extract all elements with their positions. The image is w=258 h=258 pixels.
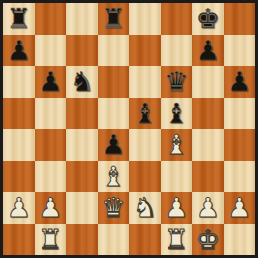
piece-white-queen[interactable]: ♛	[101, 192, 125, 224]
square-f1[interactable]: ♜	[161, 224, 193, 256]
square-h7[interactable]	[224, 35, 256, 67]
piece-black-pawn[interactable]: ♟	[227, 66, 251, 98]
square-h8[interactable]	[224, 3, 256, 35]
square-h3[interactable]	[224, 161, 256, 193]
piece-black-pawn[interactable]: ♟	[196, 35, 220, 67]
piece-black-pawn[interactable]: ♟	[7, 35, 31, 67]
square-c1[interactable]	[66, 224, 98, 256]
piece-black-king[interactable]: ♚	[196, 3, 220, 35]
piece-white-pawn[interactable]: ♟	[196, 192, 220, 224]
square-d6[interactable]	[98, 66, 130, 98]
square-c2[interactable]	[66, 192, 98, 224]
piece-black-rook[interactable]: ♜	[101, 3, 125, 35]
square-a5[interactable]	[3, 98, 35, 130]
square-d5[interactable]	[98, 98, 130, 130]
piece-black-rook[interactable]: ♜	[7, 3, 31, 35]
square-e3[interactable]	[129, 161, 161, 193]
square-h5[interactable]	[224, 98, 256, 130]
piece-black-bishop[interactable]: ♝	[133, 98, 157, 130]
square-a7[interactable]: ♟	[3, 35, 35, 67]
square-a1[interactable]	[3, 224, 35, 256]
square-a6[interactable]	[3, 66, 35, 98]
square-b2[interactable]: ♟	[35, 192, 67, 224]
square-e4[interactable]	[129, 129, 161, 161]
square-c7[interactable]	[66, 35, 98, 67]
square-g4[interactable]	[192, 129, 224, 161]
square-d2[interactable]: ♛	[98, 192, 130, 224]
square-f8[interactable]	[161, 3, 193, 35]
square-c6[interactable]: ♞	[66, 66, 98, 98]
piece-white-pawn[interactable]: ♟	[164, 192, 188, 224]
square-f5[interactable]: ♝	[161, 98, 193, 130]
square-b6[interactable]: ♟	[35, 66, 67, 98]
square-g2[interactable]: ♟	[192, 192, 224, 224]
piece-black-bishop[interactable]: ♝	[164, 98, 188, 130]
square-g7[interactable]: ♟	[192, 35, 224, 67]
square-d7[interactable]	[98, 35, 130, 67]
square-f4[interactable]: ♝	[161, 129, 193, 161]
square-h2[interactable]: ♟	[224, 192, 256, 224]
piece-white-pawn[interactable]: ♟	[38, 192, 62, 224]
square-e5[interactable]: ♝	[129, 98, 161, 130]
piece-white-pawn[interactable]: ♟	[227, 192, 251, 224]
square-b3[interactable]	[35, 161, 67, 193]
square-a2[interactable]: ♟	[3, 192, 35, 224]
square-c8[interactable]	[66, 3, 98, 35]
square-h1[interactable]	[224, 224, 256, 256]
piece-black-pawn[interactable]: ♟	[38, 66, 62, 98]
piece-white-rook[interactable]: ♜	[38, 224, 62, 256]
chess-board-frame: ♜♜♚♟♟♟♞♛♟♝♝♟♝♝♟♟♛♞♟♟♟♜♜♚	[0, 0, 258, 258]
square-f6[interactable]: ♛	[161, 66, 193, 98]
piece-white-rook[interactable]: ♜	[164, 224, 188, 256]
square-g5[interactable]	[192, 98, 224, 130]
piece-black-pawn[interactable]: ♟	[101, 129, 125, 161]
square-b8[interactable]	[35, 3, 67, 35]
square-c5[interactable]	[66, 98, 98, 130]
square-e1[interactable]	[129, 224, 161, 256]
square-b1[interactable]: ♜	[35, 224, 67, 256]
square-d8[interactable]: ♜	[98, 3, 130, 35]
piece-white-knight[interactable]: ♞	[133, 192, 157, 224]
square-e8[interactable]	[129, 3, 161, 35]
square-h4[interactable]	[224, 129, 256, 161]
piece-white-bishop[interactable]: ♝	[164, 129, 188, 161]
chess-board: ♜♜♚♟♟♟♞♛♟♝♝♟♝♝♟♟♛♞♟♟♟♜♜♚	[3, 3, 255, 255]
square-b4[interactable]	[35, 129, 67, 161]
piece-white-king[interactable]: ♚	[196, 224, 220, 256]
square-b7[interactable]	[35, 35, 67, 67]
square-h6[interactable]: ♟	[224, 66, 256, 98]
piece-black-knight[interactable]: ♞	[70, 66, 94, 98]
square-c3[interactable]	[66, 161, 98, 193]
square-b5[interactable]	[35, 98, 67, 130]
square-f3[interactable]	[161, 161, 193, 193]
piece-white-pawn[interactable]: ♟	[7, 192, 31, 224]
square-f7[interactable]	[161, 35, 193, 67]
square-e7[interactable]	[129, 35, 161, 67]
square-d3[interactable]: ♝	[98, 161, 130, 193]
square-a8[interactable]: ♜	[3, 3, 35, 35]
square-c4[interactable]	[66, 129, 98, 161]
square-d4[interactable]: ♟	[98, 129, 130, 161]
square-a3[interactable]	[3, 161, 35, 193]
piece-black-queen[interactable]: ♛	[164, 66, 188, 98]
square-f2[interactable]: ♟	[161, 192, 193, 224]
square-g3[interactable]	[192, 161, 224, 193]
square-g6[interactable]	[192, 66, 224, 98]
square-e2[interactable]: ♞	[129, 192, 161, 224]
square-g1[interactable]: ♚	[192, 224, 224, 256]
square-g8[interactable]: ♚	[192, 3, 224, 35]
square-d1[interactable]	[98, 224, 130, 256]
square-e6[interactable]	[129, 66, 161, 98]
square-a4[interactable]	[3, 129, 35, 161]
piece-white-bishop[interactable]: ♝	[101, 161, 125, 193]
